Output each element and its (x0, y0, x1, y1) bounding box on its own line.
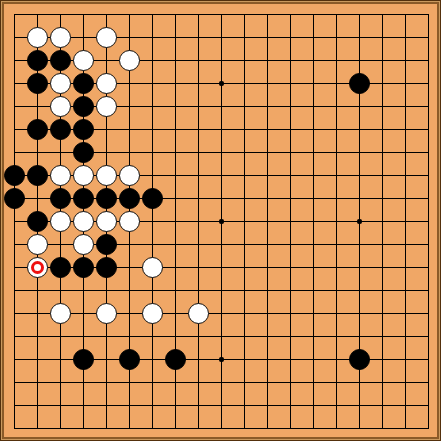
intersection-S17[interactable] (394, 49, 417, 72)
intersection-H11[interactable] (164, 187, 187, 210)
intersection-L1[interactable] (233, 417, 256, 440)
intersection-H2[interactable] (164, 394, 187, 417)
intersection-J15[interactable] (187, 95, 210, 118)
intersection-J4[interactable] (187, 348, 210, 371)
intersection-Q4[interactable] (348, 348, 371, 371)
intersection-B4[interactable] (26, 348, 49, 371)
intersection-L2[interactable] (233, 394, 256, 417)
intersection-R14[interactable] (371, 118, 394, 141)
intersection-P1[interactable] (325, 417, 348, 440)
intersection-T11[interactable] (417, 187, 440, 210)
intersection-J9[interactable] (187, 233, 210, 256)
intersection-M11[interactable] (256, 187, 279, 210)
intersection-R2[interactable] (371, 394, 394, 417)
intersection-S3[interactable] (394, 371, 417, 394)
intersection-J6[interactable] (187, 302, 210, 325)
intersection-C13[interactable] (49, 141, 72, 164)
intersection-C7[interactable] (49, 279, 72, 302)
intersection-B12[interactable] (26, 164, 49, 187)
intersection-P6[interactable] (325, 302, 348, 325)
intersection-O15[interactable] (302, 95, 325, 118)
intersection-S10[interactable] (394, 210, 417, 233)
intersection-K18[interactable] (210, 26, 233, 49)
intersection-S11[interactable] (394, 187, 417, 210)
intersection-R3[interactable] (371, 371, 394, 394)
intersection-A18[interactable] (3, 26, 26, 49)
intersection-H18[interactable] (164, 26, 187, 49)
intersection-T19[interactable] (417, 3, 440, 26)
intersection-R5[interactable] (371, 325, 394, 348)
intersection-K12[interactable] (210, 164, 233, 187)
intersection-T16[interactable] (417, 72, 440, 95)
intersection-R17[interactable] (371, 49, 394, 72)
intersection-R4[interactable] (371, 348, 394, 371)
intersection-T5[interactable] (417, 325, 440, 348)
intersection-O8[interactable] (302, 256, 325, 279)
intersection-N19[interactable] (279, 3, 302, 26)
intersection-O13[interactable] (302, 141, 325, 164)
intersection-D11[interactable] (72, 187, 95, 210)
intersection-B3[interactable] (26, 371, 49, 394)
intersection-A13[interactable] (3, 141, 26, 164)
intersection-T6[interactable] (417, 302, 440, 325)
intersection-C6[interactable] (49, 302, 72, 325)
intersection-A8[interactable] (3, 256, 26, 279)
intersection-A4[interactable] (3, 348, 26, 371)
intersection-T9[interactable] (417, 233, 440, 256)
intersection-O11[interactable] (302, 187, 325, 210)
intersection-D6[interactable] (72, 302, 95, 325)
intersection-B2[interactable] (26, 394, 49, 417)
intersection-N6[interactable] (279, 302, 302, 325)
intersection-P5[interactable] (325, 325, 348, 348)
intersection-D12[interactable] (72, 164, 95, 187)
intersection-L4[interactable] (233, 348, 256, 371)
intersection-A1[interactable] (3, 417, 26, 440)
intersection-C1[interactable] (49, 417, 72, 440)
intersection-R8[interactable] (371, 256, 394, 279)
intersection-B9[interactable] (26, 233, 49, 256)
intersection-K3[interactable] (210, 371, 233, 394)
intersection-T15[interactable] (417, 95, 440, 118)
intersection-P10[interactable] (325, 210, 348, 233)
intersection-E4[interactable] (95, 348, 118, 371)
intersection-Q2[interactable] (348, 394, 371, 417)
intersection-P17[interactable] (325, 49, 348, 72)
intersection-S14[interactable] (394, 118, 417, 141)
intersection-F18[interactable] (118, 26, 141, 49)
intersection-L11[interactable] (233, 187, 256, 210)
intersection-D10[interactable] (72, 210, 95, 233)
intersection-A11[interactable] (3, 187, 26, 210)
intersection-T12[interactable] (417, 164, 440, 187)
intersection-D13[interactable] (72, 141, 95, 164)
intersection-D17[interactable] (72, 49, 95, 72)
intersection-E2[interactable] (95, 394, 118, 417)
intersection-N11[interactable] (279, 187, 302, 210)
intersection-G11[interactable] (141, 187, 164, 210)
intersection-O9[interactable] (302, 233, 325, 256)
intersection-L7[interactable] (233, 279, 256, 302)
intersection-P15[interactable] (325, 95, 348, 118)
intersection-Q6[interactable] (348, 302, 371, 325)
intersection-Q16[interactable] (348, 72, 371, 95)
intersection-L8[interactable] (233, 256, 256, 279)
intersection-B6[interactable] (26, 302, 49, 325)
intersection-A14[interactable] (3, 118, 26, 141)
intersection-E5[interactable] (95, 325, 118, 348)
intersection-D3[interactable] (72, 371, 95, 394)
intersection-H13[interactable] (164, 141, 187, 164)
intersection-K9[interactable] (210, 233, 233, 256)
intersection-L15[interactable] (233, 95, 256, 118)
intersection-Q10[interactable] (348, 210, 371, 233)
intersection-O14[interactable] (302, 118, 325, 141)
intersection-A17[interactable] (3, 49, 26, 72)
intersection-L6[interactable] (233, 302, 256, 325)
intersection-Q5[interactable] (348, 325, 371, 348)
intersection-A12[interactable] (3, 164, 26, 187)
intersection-D15[interactable] (72, 95, 95, 118)
intersection-G5[interactable] (141, 325, 164, 348)
intersection-P4[interactable] (325, 348, 348, 371)
intersection-H4[interactable] (164, 348, 187, 371)
intersection-G19[interactable] (141, 3, 164, 26)
intersection-F4[interactable] (118, 348, 141, 371)
intersection-F7[interactable] (118, 279, 141, 302)
intersection-L18[interactable] (233, 26, 256, 49)
intersection-Q7[interactable] (348, 279, 371, 302)
intersection-J5[interactable] (187, 325, 210, 348)
intersection-J3[interactable] (187, 371, 210, 394)
intersection-T3[interactable] (417, 371, 440, 394)
intersection-B18[interactable] (26, 26, 49, 49)
intersection-E17[interactable] (95, 49, 118, 72)
intersection-G8[interactable] (141, 256, 164, 279)
intersection-A6[interactable] (3, 302, 26, 325)
intersection-G2[interactable] (141, 394, 164, 417)
intersection-A16[interactable] (3, 72, 26, 95)
intersection-R13[interactable] (371, 141, 394, 164)
intersection-L13[interactable] (233, 141, 256, 164)
intersection-M13[interactable] (256, 141, 279, 164)
intersection-M17[interactable] (256, 49, 279, 72)
intersection-M10[interactable] (256, 210, 279, 233)
intersection-B11[interactable] (26, 187, 49, 210)
intersection-J10[interactable] (187, 210, 210, 233)
intersection-A3[interactable] (3, 371, 26, 394)
intersection-C8[interactable] (49, 256, 72, 279)
intersection-L17[interactable] (233, 49, 256, 72)
intersection-R15[interactable] (371, 95, 394, 118)
intersection-S2[interactable] (394, 394, 417, 417)
intersection-C12[interactable] (49, 164, 72, 187)
intersection-R11[interactable] (371, 187, 394, 210)
intersection-M4[interactable] (256, 348, 279, 371)
intersection-P8[interactable] (325, 256, 348, 279)
intersection-N12[interactable] (279, 164, 302, 187)
intersection-N3[interactable] (279, 371, 302, 394)
intersection-G18[interactable] (141, 26, 164, 49)
intersection-G10[interactable] (141, 210, 164, 233)
intersection-T18[interactable] (417, 26, 440, 49)
intersection-C5[interactable] (49, 325, 72, 348)
intersection-E9[interactable] (95, 233, 118, 256)
intersection-O19[interactable] (302, 3, 325, 26)
intersection-K11[interactable] (210, 187, 233, 210)
intersection-E19[interactable] (95, 3, 118, 26)
intersection-S4[interactable] (394, 348, 417, 371)
intersection-R16[interactable] (371, 72, 394, 95)
intersection-B13[interactable] (26, 141, 49, 164)
intersection-F6[interactable] (118, 302, 141, 325)
intersection-D14[interactable] (72, 118, 95, 141)
intersection-C9[interactable] (49, 233, 72, 256)
intersection-H9[interactable] (164, 233, 187, 256)
intersection-M15[interactable] (256, 95, 279, 118)
intersection-C17[interactable] (49, 49, 72, 72)
intersection-L19[interactable] (233, 3, 256, 26)
intersection-P12[interactable] (325, 164, 348, 187)
intersection-C16[interactable] (49, 72, 72, 95)
intersection-R7[interactable] (371, 279, 394, 302)
intersection-H8[interactable] (164, 256, 187, 279)
intersection-S6[interactable] (394, 302, 417, 325)
intersection-G12[interactable] (141, 164, 164, 187)
intersection-S9[interactable] (394, 233, 417, 256)
intersection-O5[interactable] (302, 325, 325, 348)
intersection-L10[interactable] (233, 210, 256, 233)
intersection-F19[interactable] (118, 3, 141, 26)
intersection-J2[interactable] (187, 394, 210, 417)
intersection-O4[interactable] (302, 348, 325, 371)
intersection-P3[interactable] (325, 371, 348, 394)
intersection-O18[interactable] (302, 26, 325, 49)
intersection-E18[interactable] (95, 26, 118, 49)
intersection-T10[interactable] (417, 210, 440, 233)
intersection-A9[interactable] (3, 233, 26, 256)
intersection-K6[interactable] (210, 302, 233, 325)
intersection-E7[interactable] (95, 279, 118, 302)
intersection-M14[interactable] (256, 118, 279, 141)
intersection-J12[interactable] (187, 164, 210, 187)
intersection-N2[interactable] (279, 394, 302, 417)
intersection-N14[interactable] (279, 118, 302, 141)
intersection-M7[interactable] (256, 279, 279, 302)
intersection-D18[interactable] (72, 26, 95, 49)
intersection-C11[interactable] (49, 187, 72, 210)
intersection-R1[interactable] (371, 417, 394, 440)
intersection-J8[interactable] (187, 256, 210, 279)
intersection-G9[interactable] (141, 233, 164, 256)
intersection-J16[interactable] (187, 72, 210, 95)
intersection-H15[interactable] (164, 95, 187, 118)
intersection-O16[interactable] (302, 72, 325, 95)
intersection-Q18[interactable] (348, 26, 371, 49)
intersection-D5[interactable] (72, 325, 95, 348)
intersection-M12[interactable] (256, 164, 279, 187)
intersection-D9[interactable] (72, 233, 95, 256)
intersection-H16[interactable] (164, 72, 187, 95)
intersection-N7[interactable] (279, 279, 302, 302)
intersection-S12[interactable] (394, 164, 417, 187)
intersection-A19[interactable] (3, 3, 26, 26)
intersection-P16[interactable] (325, 72, 348, 95)
intersection-J11[interactable] (187, 187, 210, 210)
intersection-N4[interactable] (279, 348, 302, 371)
intersection-R18[interactable] (371, 26, 394, 49)
intersection-H1[interactable] (164, 417, 187, 440)
intersection-Q17[interactable] (348, 49, 371, 72)
intersection-A10[interactable] (3, 210, 26, 233)
intersection-R6[interactable] (371, 302, 394, 325)
intersection-Q3[interactable] (348, 371, 371, 394)
intersection-M18[interactable] (256, 26, 279, 49)
intersection-F13[interactable] (118, 141, 141, 164)
intersection-F12[interactable] (118, 164, 141, 187)
intersection-N5[interactable] (279, 325, 302, 348)
intersection-M2[interactable] (256, 394, 279, 417)
intersection-K4[interactable] (210, 348, 233, 371)
intersection-S16[interactable] (394, 72, 417, 95)
intersection-M1[interactable] (256, 417, 279, 440)
intersection-K19[interactable] (210, 3, 233, 26)
intersection-E12[interactable] (95, 164, 118, 187)
intersection-F15[interactable] (118, 95, 141, 118)
intersection-D7[interactable] (72, 279, 95, 302)
intersection-F8[interactable] (118, 256, 141, 279)
intersection-C4[interactable] (49, 348, 72, 371)
intersection-P2[interactable] (325, 394, 348, 417)
intersection-F14[interactable] (118, 118, 141, 141)
intersection-E10[interactable] (95, 210, 118, 233)
intersection-L16[interactable] (233, 72, 256, 95)
intersection-E3[interactable] (95, 371, 118, 394)
intersection-S13[interactable] (394, 141, 417, 164)
intersection-M3[interactable] (256, 371, 279, 394)
intersection-T8[interactable] (417, 256, 440, 279)
intersection-P7[interactable] (325, 279, 348, 302)
intersection-H14[interactable] (164, 118, 187, 141)
intersection-Q1[interactable] (348, 417, 371, 440)
intersection-F16[interactable] (118, 72, 141, 95)
intersection-J17[interactable] (187, 49, 210, 72)
intersection-F3[interactable] (118, 371, 141, 394)
intersection-M9[interactable] (256, 233, 279, 256)
intersection-Q12[interactable] (348, 164, 371, 187)
intersection-G1[interactable] (141, 417, 164, 440)
intersection-L9[interactable] (233, 233, 256, 256)
intersection-S7[interactable] (394, 279, 417, 302)
intersection-O1[interactable] (302, 417, 325, 440)
intersection-C18[interactable] (49, 26, 72, 49)
intersection-H12[interactable] (164, 164, 187, 187)
intersection-E1[interactable] (95, 417, 118, 440)
intersection-B8[interactable] (26, 256, 49, 279)
intersection-B15[interactable] (26, 95, 49, 118)
intersection-D16[interactable] (72, 72, 95, 95)
intersection-L3[interactable] (233, 371, 256, 394)
intersection-E8[interactable] (95, 256, 118, 279)
intersection-R10[interactable] (371, 210, 394, 233)
intersection-L12[interactable] (233, 164, 256, 187)
intersection-K1[interactable] (210, 417, 233, 440)
intersection-C2[interactable] (49, 394, 72, 417)
intersection-K14[interactable] (210, 118, 233, 141)
intersection-B1[interactable] (26, 417, 49, 440)
intersection-K16[interactable] (210, 72, 233, 95)
intersection-G3[interactable] (141, 371, 164, 394)
intersection-O2[interactable] (302, 394, 325, 417)
intersection-D8[interactable] (72, 256, 95, 279)
intersection-E13[interactable] (95, 141, 118, 164)
intersection-N10[interactable] (279, 210, 302, 233)
intersection-C15[interactable] (49, 95, 72, 118)
intersection-J14[interactable] (187, 118, 210, 141)
intersection-H5[interactable] (164, 325, 187, 348)
intersection-H3[interactable] (164, 371, 187, 394)
intersection-F5[interactable] (118, 325, 141, 348)
intersection-K7[interactable] (210, 279, 233, 302)
intersection-A5[interactable] (3, 325, 26, 348)
intersection-G15[interactable] (141, 95, 164, 118)
intersection-N8[interactable] (279, 256, 302, 279)
intersection-E11[interactable] (95, 187, 118, 210)
intersection-Q15[interactable] (348, 95, 371, 118)
intersection-K5[interactable] (210, 325, 233, 348)
intersection-L14[interactable] (233, 118, 256, 141)
intersection-T7[interactable] (417, 279, 440, 302)
intersection-T14[interactable] (417, 118, 440, 141)
intersection-Q19[interactable] (348, 3, 371, 26)
intersection-C10[interactable] (49, 210, 72, 233)
intersection-G16[interactable] (141, 72, 164, 95)
intersection-E16[interactable] (95, 72, 118, 95)
intersection-F2[interactable] (118, 394, 141, 417)
intersection-P14[interactable] (325, 118, 348, 141)
intersection-G6[interactable] (141, 302, 164, 325)
intersection-O7[interactable] (302, 279, 325, 302)
intersection-T4[interactable] (417, 348, 440, 371)
intersection-J13[interactable] (187, 141, 210, 164)
intersection-T13[interactable] (417, 141, 440, 164)
intersection-T2[interactable] (417, 394, 440, 417)
intersection-F10[interactable] (118, 210, 141, 233)
intersection-C19[interactable] (49, 3, 72, 26)
intersection-O3[interactable] (302, 371, 325, 394)
intersection-J19[interactable] (187, 3, 210, 26)
intersection-N18[interactable] (279, 26, 302, 49)
intersection-P18[interactable] (325, 26, 348, 49)
intersection-P11[interactable] (325, 187, 348, 210)
intersection-N9[interactable] (279, 233, 302, 256)
intersection-G4[interactable] (141, 348, 164, 371)
intersection-O17[interactable] (302, 49, 325, 72)
intersection-H17[interactable] (164, 49, 187, 72)
intersection-B10[interactable] (26, 210, 49, 233)
intersection-E15[interactable] (95, 95, 118, 118)
intersection-Q9[interactable] (348, 233, 371, 256)
intersection-F9[interactable] (118, 233, 141, 256)
intersection-B14[interactable] (26, 118, 49, 141)
intersection-Q8[interactable] (348, 256, 371, 279)
intersection-B19[interactable] (26, 3, 49, 26)
intersection-D2[interactable] (72, 394, 95, 417)
intersection-Q11[interactable] (348, 187, 371, 210)
intersection-J1[interactable] (187, 417, 210, 440)
intersection-A7[interactable] (3, 279, 26, 302)
intersection-M16[interactable] (256, 72, 279, 95)
